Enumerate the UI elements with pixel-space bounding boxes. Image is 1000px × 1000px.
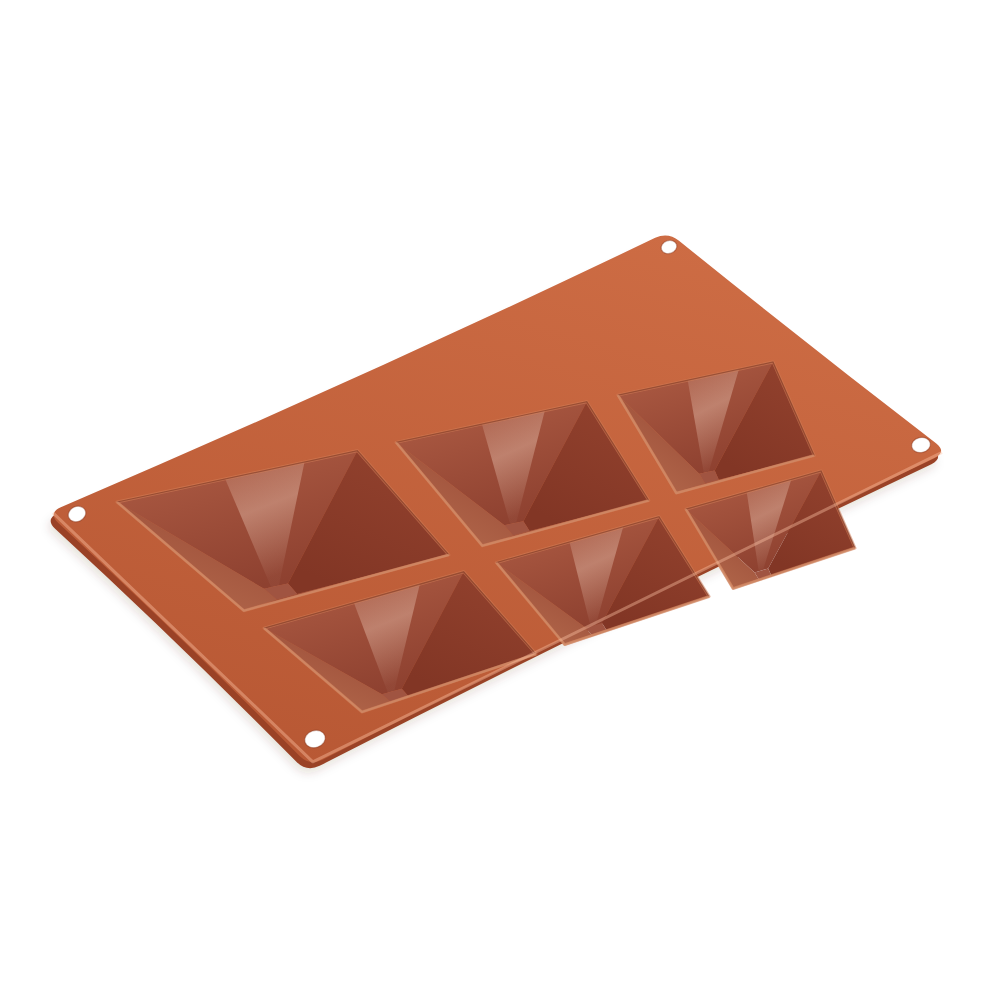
photo-background <box>0 0 1000 1000</box>
mold-product-photo <box>0 0 1000 1000</box>
